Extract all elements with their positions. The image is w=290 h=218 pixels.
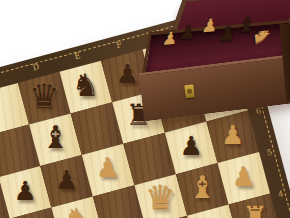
dark-bishop-d7[interactable]: ♝ <box>41 122 69 153</box>
dark-pawn-c6[interactable]: ♟ <box>13 177 36 203</box>
dark-pawn-d6[interactable]: ♟ <box>54 166 77 192</box>
light-bishop-g5[interactable]: ♝ <box>188 172 216 203</box>
light-pawn-h6[interactable]: ♟ <box>220 122 243 148</box>
light-pawn-e6[interactable]: ♟ <box>96 155 119 181</box>
wooden-storage-box: ♟♟♟♝♞♟ <box>135 0 290 121</box>
dark-knight-e8[interactable]: ♞ <box>71 69 99 100</box>
dark-pawn-f8[interactable]: ♟ <box>115 61 138 87</box>
light-queen-f5[interactable]: ♛ <box>145 181 175 215</box>
box-body: ♟♟♟♝♞♟ <box>138 20 290 119</box>
box-piece-light-pawn[interactable]: ♟ <box>161 29 179 48</box>
light-pawn-h5[interactable]: ♟ <box>232 163 255 189</box>
product-photo-scene: ABCDEFGH ABCDEFGH 87654321 87654321 ♛♞♟♟… <box>0 0 290 218</box>
dark-pawn-g6[interactable]: ♟ <box>179 133 202 159</box>
box-piece-dark-pawn[interactable]: ♟ <box>178 22 198 43</box>
light-rook-h4[interactable]: ♜ <box>241 203 267 218</box>
brass-latch-icon <box>184 84 195 98</box>
box-piece-dark-pawn[interactable]: ♟ <box>217 22 238 44</box>
box-piece-light-pawn[interactable]: ♟ <box>200 16 219 36</box>
dark-queen-d8[interactable]: ♛ <box>28 79 58 113</box>
light-knight-d5[interactable]: ♞ <box>63 205 91 218</box>
